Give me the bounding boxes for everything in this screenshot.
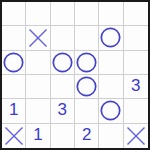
cell-r2c3[interactable] [51, 26, 75, 50]
x-mark-icon [126, 126, 146, 146]
cell-r4c5[interactable] [99, 75, 123, 99]
cell-r6c5[interactable] [99, 124, 123, 148]
cell-r4c4[interactable] [75, 75, 99, 99]
cell-r1c4[interactable] [75, 2, 99, 26]
cell-r3c2[interactable] [26, 51, 50, 75]
x-mark-icon [4, 126, 24, 146]
number-mark: 2 [82, 126, 91, 143]
cell-r4c1[interactable] [2, 75, 26, 99]
cell-r1c3[interactable] [51, 2, 75, 26]
cell-r5c3[interactable]: 3 [51, 99, 75, 123]
cell-r6c6[interactable] [124, 124, 148, 148]
cell-r4c6[interactable]: 3 [124, 75, 148, 99]
cell-r2c6[interactable] [124, 26, 148, 50]
puzzle-board: 31312 [0, 0, 150, 150]
x-mark-icon [28, 28, 48, 48]
cell-r2c2[interactable] [26, 26, 50, 50]
cell-r6c3[interactable] [51, 124, 75, 148]
o-mark-icon [100, 27, 121, 48]
cell-r3c6[interactable] [124, 51, 148, 75]
cell-r5c5[interactable] [99, 99, 123, 123]
o-mark-icon [52, 52, 73, 73]
cell-r6c4[interactable]: 2 [75, 124, 99, 148]
cell-r5c2[interactable] [26, 99, 50, 123]
cell-r5c4[interactable] [75, 99, 99, 123]
cell-r5c1[interactable]: 1 [2, 99, 26, 123]
cell-r4c2[interactable] [26, 75, 50, 99]
cell-r4c3[interactable] [51, 75, 75, 99]
o-mark-icon [76, 76, 97, 97]
cell-r2c4[interactable] [75, 26, 99, 50]
cell-r3c1[interactable] [2, 51, 26, 75]
cell-r2c5[interactable] [99, 26, 123, 50]
o-mark-icon [3, 52, 24, 73]
cell-r1c6[interactable] [124, 2, 148, 26]
number-mark: 3 [58, 101, 67, 118]
cell-r2c1[interactable] [2, 26, 26, 50]
cell-r1c1[interactable] [2, 2, 26, 26]
cell-r1c5[interactable] [99, 2, 123, 26]
cell-r5c6[interactable] [124, 99, 148, 123]
cell-r1c2[interactable] [26, 2, 50, 26]
cell-r3c4[interactable] [75, 51, 99, 75]
cell-r3c3[interactable] [51, 51, 75, 75]
cell-r3c5[interactable] [99, 51, 123, 75]
number-mark: 3 [131, 77, 140, 94]
number-mark: 1 [33, 126, 42, 143]
o-mark-icon [100, 100, 121, 121]
o-mark-icon [76, 52, 97, 73]
number-mark: 1 [9, 101, 18, 118]
cell-r6c2[interactable]: 1 [26, 124, 50, 148]
cell-r6c1[interactable] [2, 124, 26, 148]
